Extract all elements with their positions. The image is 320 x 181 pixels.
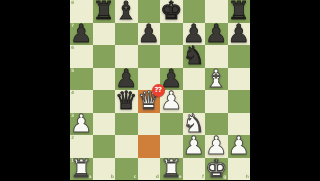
letterbox-left <box>0 0 70 180</box>
black-pawn-d7[interactable]: ♟ <box>138 23 160 46</box>
white-rook-a1[interactable]: ♜ <box>70 158 92 181</box>
video-frame: ?? 8♜♝♚♜7♟♟♟♟♟6♞5♟♟♝4♛♛♟3♟♞2♟♟♟1a♜bcde♜f… <box>0 0 320 180</box>
square-a6[interactable]: 6 <box>70 45 93 68</box>
square-g7[interactable]: ♟ <box>205 23 228 46</box>
blunder-badge: ?? <box>152 84 165 97</box>
coord-rank-2: 2 <box>71 136 74 141</box>
square-d1[interactable]: d <box>138 158 161 181</box>
white-pawn-a3[interactable]: ♟ <box>70 113 92 136</box>
chess-board: ?? 8♜♝♚♜7♟♟♟♟♟6♞5♟♟♝4♛♛♟3♟♞2♟♟♟1a♜bcde♜f… <box>70 0 250 180</box>
coord-rank-5: 5 <box>71 69 74 74</box>
square-a5[interactable]: 5 <box>70 68 93 91</box>
white-pawn-h2[interactable]: ♟ <box>228 135 250 158</box>
square-b5[interactable] <box>93 68 116 91</box>
square-f5[interactable] <box>183 68 206 91</box>
coord-rank-8: 8 <box>71 1 74 6</box>
square-h5[interactable] <box>228 68 251 91</box>
white-king-g1[interactable]: ♚ <box>205 158 227 181</box>
square-b2[interactable] <box>93 135 116 158</box>
square-h2[interactable]: ♟ <box>228 135 251 158</box>
black-queen-c4[interactable]: ♛ <box>115 90 137 113</box>
square-e8[interactable]: ♚ <box>160 0 183 23</box>
black-pawn-h7[interactable]: ♟ <box>228 23 250 46</box>
square-g4[interactable] <box>205 90 228 113</box>
square-c4[interactable]: ♛ <box>115 90 138 113</box>
black-bishop-c8[interactable]: ♝ <box>115 0 137 23</box>
square-b3[interactable] <box>93 113 116 136</box>
white-bishop-g5[interactable]: ♝ <box>205 68 227 91</box>
square-b1[interactable]: b <box>93 158 116 181</box>
square-b7[interactable] <box>93 23 116 46</box>
square-h7[interactable]: ♟ <box>228 23 251 46</box>
square-a3[interactable]: 3♟ <box>70 113 93 136</box>
square-b4[interactable] <box>93 90 116 113</box>
black-king-e8[interactable]: ♚ <box>160 0 182 23</box>
coord-file-f: f <box>202 175 204 180</box>
coord-file-h: h <box>246 175 249 180</box>
square-d2[interactable] <box>138 135 161 158</box>
square-e3[interactable] <box>160 113 183 136</box>
square-e1[interactable]: e♜ <box>160 158 183 181</box>
white-rook-e1[interactable]: ♜ <box>160 158 182 181</box>
coord-file-c: c <box>134 175 137 180</box>
square-b8[interactable]: ♜ <box>93 0 116 23</box>
square-d6[interactable] <box>138 45 161 68</box>
square-d7[interactable]: ♟ <box>138 23 161 46</box>
blunder-glyph: ?? <box>154 87 161 94</box>
black-knight-f6[interactable]: ♞ <box>183 45 205 68</box>
square-c3[interactable] <box>115 113 138 136</box>
letterbox-right <box>250 0 320 180</box>
square-a7[interactable]: 7♟ <box>70 23 93 46</box>
black-rook-b8[interactable]: ♜ <box>93 0 115 23</box>
square-a1[interactable]: 1a♜ <box>70 158 93 181</box>
black-pawn-a7[interactable]: ♟ <box>70 23 92 46</box>
square-c2[interactable] <box>115 135 138 158</box>
square-f1[interactable]: f <box>183 158 206 181</box>
black-pawn-g7[interactable]: ♟ <box>205 23 227 46</box>
square-h4[interactable] <box>228 90 251 113</box>
square-h1[interactable]: h <box>228 158 251 181</box>
square-f2[interactable]: ♟ <box>183 135 206 158</box>
white-pawn-f2[interactable]: ♟ <box>183 135 205 158</box>
coord-rank-4: 4 <box>71 91 74 96</box>
square-b6[interactable] <box>93 45 116 68</box>
square-c7[interactable] <box>115 23 138 46</box>
square-h6[interactable] <box>228 45 251 68</box>
square-c1[interactable]: c <box>115 158 138 181</box>
square-d3[interactable] <box>138 113 161 136</box>
square-e7[interactable] <box>160 23 183 46</box>
coord-file-d: d <box>156 175 159 180</box>
coord-file-b: b <box>111 175 114 180</box>
square-g1[interactable]: g♚ <box>205 158 228 181</box>
square-g5[interactable]: ♝ <box>205 68 228 91</box>
square-f6[interactable]: ♞ <box>183 45 206 68</box>
coord-rank-6: 6 <box>71 46 74 51</box>
square-c8[interactable]: ♝ <box>115 0 138 23</box>
